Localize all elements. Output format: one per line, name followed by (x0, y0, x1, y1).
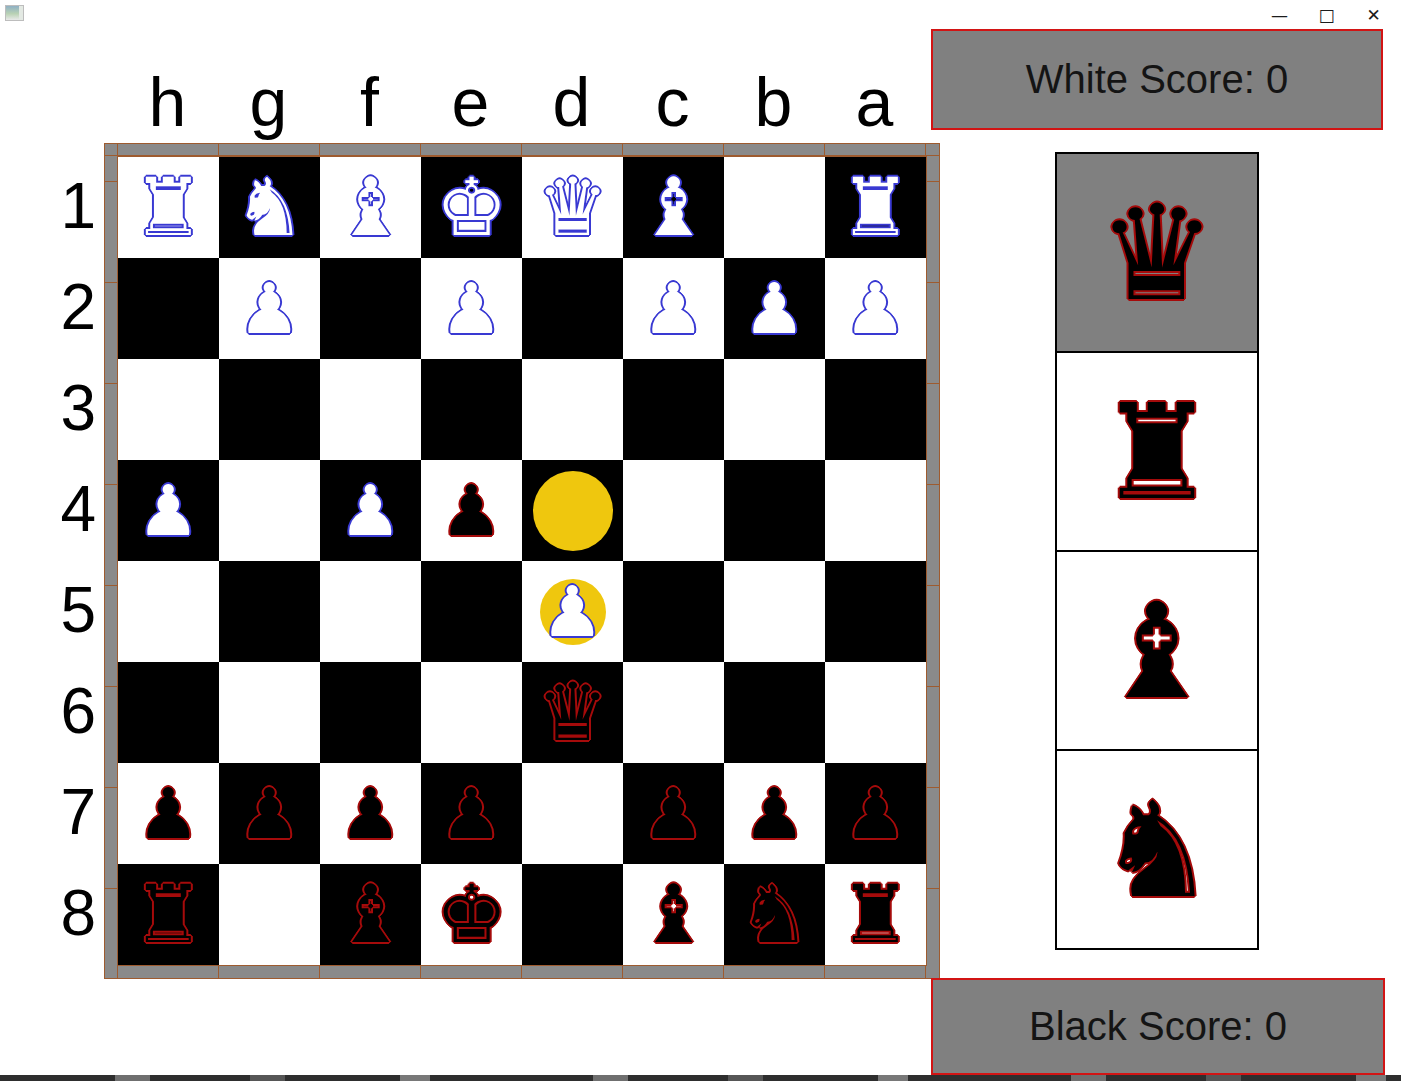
black-queen-icon: ♛ (1098, 187, 1216, 319)
square-a6[interactable] (825, 662, 926, 763)
square-h4[interactable]: ♟ (118, 460, 219, 561)
rank-label-4: 4 (30, 459, 96, 560)
black-pawn-b7[interactable]: ♟ (743, 779, 806, 849)
square-g2[interactable]: ♟ (219, 258, 320, 359)
square-g3[interactable] (219, 359, 320, 460)
square-c8[interactable]: ♝ (623, 864, 724, 965)
promotion-panel: ♛♜♝♞ (1055, 152, 1259, 950)
black-rook-icon: ♜ (1098, 386, 1216, 518)
square-b5[interactable] (724, 561, 825, 662)
board-frame: ♜♞♝♚♛♝♜♟♟♟♟♟♟♟♟♟♛♟♟♟♟♟♟♟♜♝♚♝♞♜ (104, 143, 940, 979)
square-d2[interactable] (522, 258, 623, 359)
close-button[interactable]: ✕ (1350, 0, 1397, 30)
white-bishop-c1[interactable]: ♝ (638, 168, 710, 248)
square-d6[interactable]: ♛ (522, 662, 623, 763)
black-score-label: Black Score: 0 (1029, 1004, 1287, 1049)
white-score-label: White Score: 0 (1026, 57, 1288, 102)
square-d5[interactable]: ♟ (522, 561, 623, 662)
black-pawn-c7[interactable]: ♟ (642, 779, 705, 849)
white-pawn-b2[interactable]: ♟ (743, 274, 806, 344)
file-label-g: g (218, 62, 319, 142)
file-label-e: e (420, 62, 521, 142)
black-bishop-c8[interactable]: ♝ (638, 875, 710, 955)
square-f4[interactable]: ♟ (320, 460, 421, 561)
square-f6[interactable] (320, 662, 421, 763)
square-b4[interactable] (724, 460, 825, 561)
square-d3[interactable] (522, 359, 623, 460)
chess-app-window: —□✕ ♜♞♝♚♛♝♜♟♟♟♟♟♟♟♟♟♛♟♟♟♟♟♟♟♜♝♚♝♞♜ White… (0, 0, 1401, 1081)
close-icon: ✕ (1366, 5, 1380, 25)
square-g1[interactable]: ♞ (219, 157, 320, 258)
square-h8[interactable]: ♜ (118, 864, 219, 965)
square-b8[interactable]: ♞ (724, 864, 825, 965)
square-f7[interactable]: ♟ (320, 763, 421, 864)
white-knight-g1[interactable]: ♞ (234, 168, 306, 248)
black-knight-icon: ♞ (1098, 784, 1216, 916)
square-g7[interactable]: ♟ (219, 763, 320, 864)
black-pawn-h7[interactable]: ♟ (137, 779, 200, 849)
rank-label-2: 2 (30, 257, 96, 358)
taskbar-edge-strip (0, 1075, 1401, 1081)
white-queen-d1[interactable]: ♛ (537, 168, 609, 248)
square-g5[interactable] (219, 561, 320, 662)
black-pawn-e4[interactable]: ♟ (440, 476, 503, 546)
square-f5[interactable] (320, 561, 421, 662)
square-b7[interactable]: ♟ (724, 763, 825, 864)
square-g6[interactable] (219, 662, 320, 763)
square-f3[interactable] (320, 359, 421, 460)
square-e6[interactable] (421, 662, 522, 763)
square-a8[interactable]: ♜ (825, 864, 926, 965)
square-f1[interactable]: ♝ (320, 157, 421, 258)
promotion-queen-tile[interactable]: ♛ (1055, 152, 1259, 353)
square-c4[interactable] (623, 460, 724, 561)
promotion-rook-tile[interactable]: ♜ (1055, 351, 1259, 552)
square-b1[interactable] (724, 157, 825, 258)
rank-label-5: 5 (30, 560, 96, 661)
black-knight-b8[interactable]: ♞ (739, 875, 811, 955)
square-h2[interactable] (118, 258, 219, 359)
square-h1[interactable]: ♜ (118, 157, 219, 258)
square-e2[interactable]: ♟ (421, 258, 522, 359)
square-c1[interactable]: ♝ (623, 157, 724, 258)
rank-label-1: 1 (30, 156, 96, 257)
square-a2[interactable]: ♟ (825, 258, 926, 359)
file-label-f: f (319, 62, 420, 142)
white-pawn-d5[interactable]: ♟ (541, 577, 604, 647)
black-score-box: Black Score: 0 (931, 978, 1385, 1075)
square-d4[interactable] (522, 460, 623, 561)
black-pawn-e7[interactable]: ♟ (440, 779, 503, 849)
square-a4[interactable] (825, 460, 926, 561)
black-bishop-f8[interactable]: ♝ (335, 875, 407, 955)
square-e7[interactable]: ♟ (421, 763, 522, 864)
promotion-knight-tile[interactable]: ♞ (1055, 749, 1259, 950)
black-pawn-a7[interactable]: ♟ (844, 779, 907, 849)
black-pawn-f7[interactable]: ♟ (339, 779, 402, 849)
square-f2[interactable] (320, 258, 421, 359)
white-pawn-h4[interactable]: ♟ (137, 476, 200, 546)
maximize-button[interactable]: □ (1303, 0, 1350, 30)
window-caption-buttons: —□✕ (1256, 0, 1397, 30)
square-d7[interactable] (522, 763, 623, 864)
rank-label-8: 8 (30, 863, 96, 964)
white-pawn-g2[interactable]: ♟ (238, 274, 301, 344)
minimize-button[interactable]: — (1256, 0, 1303, 30)
move-target-highlight-d4[interactable] (533, 471, 613, 551)
square-e1[interactable]: ♚ (421, 157, 522, 258)
white-score-box: White Score: 0 (931, 29, 1383, 130)
file-label-c: c (622, 62, 723, 142)
black-rook-h8[interactable]: ♜ (133, 875, 205, 955)
minimize-icon: — (1271, 5, 1288, 25)
square-d8[interactable] (522, 864, 623, 965)
white-king-e1[interactable]: ♚ (436, 168, 508, 248)
black-rook-a8[interactable]: ♜ (840, 875, 912, 955)
black-bishop-icon: ♝ (1098, 585, 1216, 717)
square-c7[interactable]: ♟ (623, 763, 724, 864)
square-h6[interactable] (118, 662, 219, 763)
chess-board: ♜♞♝♚♛♝♜♟♟♟♟♟♟♟♟♟♛♟♟♟♟♟♟♟♜♝♚♝♞♜ (117, 156, 927, 966)
square-g4[interactable] (219, 460, 320, 561)
white-pawn-f4[interactable]: ♟ (339, 476, 402, 546)
maximize-icon: □ (1318, 5, 1334, 25)
window-app-icon[interactable] (5, 5, 24, 21)
square-c5[interactable] (623, 561, 724, 662)
square-h7[interactable]: ♟ (118, 763, 219, 864)
square-d1[interactable]: ♛ (522, 157, 623, 258)
white-pawn-e2[interactable]: ♟ (440, 274, 503, 344)
square-a5[interactable] (825, 561, 926, 662)
white-bishop-f1[interactable]: ♝ (335, 168, 407, 248)
black-queen-d6[interactable]: ♛ (537, 673, 609, 753)
white-pawn-a2[interactable]: ♟ (844, 274, 907, 344)
square-b3[interactable] (724, 359, 825, 460)
black-pawn-g7[interactable]: ♟ (238, 779, 301, 849)
square-c2[interactable]: ♟ (623, 258, 724, 359)
black-king-e8[interactable]: ♚ (436, 875, 508, 955)
file-label-d: d (521, 62, 622, 142)
square-e4[interactable]: ♟ (421, 460, 522, 561)
file-label-b: b (723, 62, 824, 142)
square-e3[interactable] (421, 359, 522, 460)
rank-label-3: 3 (30, 358, 96, 459)
square-b2[interactable]: ♟ (724, 258, 825, 359)
square-b6[interactable] (724, 662, 825, 763)
rank-label-6: 6 (30, 661, 96, 762)
square-h5[interactable] (118, 561, 219, 662)
square-a1[interactable]: ♜ (825, 157, 926, 258)
square-a3[interactable] (825, 359, 926, 460)
square-e8[interactable]: ♚ (421, 864, 522, 965)
square-f8[interactable]: ♝ (320, 864, 421, 965)
white-rook-a1[interactable]: ♜ (840, 168, 912, 248)
rank-label-7: 7 (30, 762, 96, 863)
square-g8[interactable] (219, 864, 320, 965)
white-pawn-c2[interactable]: ♟ (642, 274, 705, 344)
file-label-h: h (117, 62, 218, 142)
promotion-bishop-tile[interactable]: ♝ (1055, 550, 1259, 751)
file-label-a: a (824, 62, 925, 142)
square-e5[interactable] (421, 561, 522, 662)
square-h3[interactable] (118, 359, 219, 460)
white-rook-h1[interactable]: ♜ (133, 168, 205, 248)
square-a7[interactable]: ♟ (825, 763, 926, 864)
square-c6[interactable] (623, 662, 724, 763)
square-c3[interactable] (623, 359, 724, 460)
